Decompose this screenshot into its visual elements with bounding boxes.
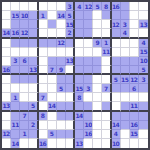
cell-r13c8[interactable]: [66, 112, 75, 121]
cell-r2c14[interactable]: [121, 11, 130, 20]
cell-r5c3[interactable]: [20, 39, 29, 48]
cell-r8c13[interactable]: [112, 66, 121, 75]
cell-r6c9[interactable]: [75, 48, 84, 57]
cell-r14c4[interactable]: 2: [29, 121, 38, 130]
cell-r11c13[interactable]: [112, 93, 121, 102]
cell-r5c13[interactable]: [112, 39, 121, 48]
cell-r9c3[interactable]: [20, 75, 29, 84]
cell-r11c9[interactable]: 8: [75, 93, 84, 102]
cell-r13c12[interactable]: [102, 112, 111, 121]
cell-r4c14[interactable]: 4: [121, 29, 130, 38]
cell-r4c16[interactable]: [139, 29, 148, 38]
cell-r1c14[interactable]: [121, 2, 130, 11]
cell-r6c4[interactable]: [29, 48, 38, 57]
cell-r15c16[interactable]: [139, 130, 148, 139]
cell-r4c2[interactable]: 16: [11, 29, 20, 38]
cell-r12c10[interactable]: [84, 102, 93, 111]
cell-r7c11[interactable]: [93, 57, 102, 66]
cell-r3c8[interactable]: 15: [66, 20, 75, 29]
cell-r1c8[interactable]: 3: [66, 2, 75, 11]
cell-r16c10[interactable]: [84, 139, 93, 148]
cell-r3c15[interactable]: [130, 20, 139, 29]
cell-r10c8[interactable]: [66, 84, 75, 93]
cell-r2c1[interactable]: [2, 11, 11, 20]
cell-r13c5[interactable]: 8: [39, 112, 48, 121]
cell-r3c12[interactable]: [102, 20, 111, 29]
cell-r16c3[interactable]: [20, 139, 29, 148]
cell-r9c15[interactable]: 12: [130, 75, 139, 84]
cell-r12c1[interactable]: 13: [2, 102, 11, 111]
cell-r2c16[interactable]: [139, 11, 148, 20]
cell-r16c5[interactable]: 16: [39, 139, 48, 148]
cell-r12c6[interactable]: 14: [48, 102, 57, 111]
cell-r5c6[interactable]: [48, 39, 57, 48]
cell-r7c2[interactable]: 3: [11, 57, 20, 66]
cell-r7c1[interactable]: [2, 57, 11, 66]
cell-r6c14[interactable]: [121, 48, 130, 57]
cell-r4c10[interactable]: [84, 29, 93, 38]
cell-r2c15[interactable]: [130, 11, 139, 20]
cell-r5c12[interactable]: 1: [102, 39, 111, 48]
cell-r1c4[interactable]: [29, 2, 38, 11]
cell-r7c15[interactable]: [130, 57, 139, 66]
cell-r7c10[interactable]: [84, 57, 93, 66]
cell-r6c6[interactable]: [48, 48, 57, 57]
cell-r8c6[interactable]: 7: [48, 66, 57, 75]
cell-r5c14[interactable]: [121, 39, 130, 48]
cell-r5c7[interactable]: 12: [57, 39, 66, 48]
cell-r7c6[interactable]: [48, 57, 57, 66]
cell-r14c2[interactable]: 11: [11, 121, 20, 130]
cell-r1c5[interactable]: [39, 2, 48, 11]
cell-r4c4[interactable]: [29, 29, 38, 38]
cell-r14c14[interactable]: [121, 121, 130, 130]
cell-r12c13[interactable]: [112, 102, 121, 111]
cell-r8c1[interactable]: 16: [2, 66, 11, 75]
cell-r5c15[interactable]: [130, 39, 139, 48]
cell-r14c10[interactable]: 10: [84, 121, 93, 130]
cell-r9c10[interactable]: [84, 75, 93, 84]
cell-r10c3[interactable]: [20, 84, 29, 93]
cell-r3c14[interactable]: 3: [121, 20, 130, 29]
cell-r13c4[interactable]: [29, 112, 38, 121]
cell-r5c2[interactable]: [11, 39, 20, 48]
cell-r2c13[interactable]: [112, 11, 121, 20]
cell-r14c7[interactable]: [57, 121, 66, 130]
cell-r6c13[interactable]: [112, 48, 121, 57]
cell-r8c5[interactable]: [39, 66, 48, 75]
cell-r3c4[interactable]: [29, 20, 38, 29]
cell-r15c12[interactable]: [102, 130, 111, 139]
cell-r4c5[interactable]: [39, 29, 48, 38]
cell-r11c16[interactable]: [139, 93, 148, 102]
cell-r8c9[interactable]: [75, 66, 84, 75]
cell-r4c15[interactable]: [130, 29, 139, 38]
cell-r10c12[interactable]: 7: [102, 84, 111, 93]
cell-r2c7[interactable]: 14: [57, 11, 66, 20]
cell-r11c12[interactable]: [102, 93, 111, 102]
cell-r13c1[interactable]: [2, 112, 11, 121]
cell-r16c4[interactable]: [29, 139, 38, 148]
cell-r1c10[interactable]: 12: [84, 2, 93, 11]
cell-r15c1[interactable]: 12: [2, 130, 11, 139]
cell-r10c5[interactable]: [39, 84, 48, 93]
cell-r2c5[interactable]: 1: [39, 11, 48, 20]
cell-r16c12[interactable]: [102, 139, 111, 148]
cell-r7c7[interactable]: [57, 57, 66, 66]
cell-r10c6[interactable]: [48, 84, 57, 93]
cell-r16c13[interactable]: 10: [112, 139, 121, 148]
cell-r15c13[interactable]: 4: [112, 130, 121, 139]
cell-r12c12[interactable]: [102, 102, 111, 111]
cell-r12c3[interactable]: [20, 102, 29, 111]
cell-r12c9[interactable]: [75, 102, 84, 111]
cell-r11c14[interactable]: [121, 93, 130, 102]
cell-r10c15[interactable]: 6: [130, 84, 139, 93]
cell-r8c3[interactable]: [20, 66, 29, 75]
cell-r14c8[interactable]: [66, 121, 75, 130]
cell-r7c4[interactable]: [29, 57, 38, 66]
cell-r11c6[interactable]: [48, 93, 57, 102]
cell-r3c11[interactable]: [93, 20, 102, 29]
cell-r5c11[interactable]: 9: [93, 39, 102, 48]
cell-r10c13[interactable]: [112, 84, 121, 93]
sudoku-16x16-board: 3412581615101145151231314161224129141115…: [0, 0, 150, 150]
cell-r2c4[interactable]: [29, 11, 38, 20]
cell-r1c16[interactable]: [139, 2, 148, 11]
cell-r16c7[interactable]: [57, 139, 66, 148]
cell-r15c9[interactable]: [75, 130, 84, 139]
cell-r6c7[interactable]: [57, 48, 66, 57]
cell-r13c15[interactable]: [130, 112, 139, 121]
cell-r15c14[interactable]: [121, 130, 130, 139]
cell-r12c8[interactable]: [66, 102, 75, 111]
cell-r1c11[interactable]: 5: [93, 2, 102, 11]
cell-r11c8[interactable]: [66, 93, 75, 102]
cell-r14c5[interactable]: [39, 121, 48, 130]
cell-r1c15[interactable]: [130, 2, 139, 11]
cell-r11c11[interactable]: [93, 93, 102, 102]
cell-r1c1[interactable]: [2, 2, 11, 11]
cell-r11c2[interactable]: 1: [11, 93, 20, 102]
cell-r6c12[interactable]: 11: [102, 48, 111, 57]
cell-r5c4[interactable]: [29, 39, 38, 48]
cell-r6c3[interactable]: [20, 48, 29, 57]
cell-r4c3[interactable]: 12: [20, 29, 29, 38]
cell-r4c12[interactable]: [102, 29, 111, 38]
cell-r16c1[interactable]: [2, 139, 11, 148]
cell-r10c2[interactable]: [11, 84, 20, 93]
cell-r5c1[interactable]: [2, 39, 11, 48]
cell-r8c15[interactable]: [130, 66, 139, 75]
cell-r12c4[interactable]: 5: [29, 102, 38, 111]
cell-r7c9[interactable]: [75, 57, 84, 66]
cell-r12c14[interactable]: [121, 102, 130, 111]
cell-r9c4[interactable]: [29, 75, 38, 84]
cell-r13c7[interactable]: [57, 112, 66, 121]
cell-r9c16[interactable]: 3: [139, 75, 148, 84]
cell-r7c12[interactable]: [102, 57, 111, 66]
cell-r2c3[interactable]: 10: [20, 11, 29, 20]
cell-r7c16[interactable]: 10: [139, 57, 148, 66]
cell-r5c9[interactable]: [75, 39, 84, 48]
cell-r11c7[interactable]: [57, 93, 66, 102]
cell-r5c16[interactable]: 4: [139, 39, 148, 48]
cell-r8c2[interactable]: [11, 66, 20, 75]
cell-r13c14[interactable]: [121, 112, 130, 121]
cell-r9c9[interactable]: [75, 75, 84, 84]
cell-r2c10[interactable]: [84, 11, 93, 20]
cell-r10c9[interactable]: 15: [75, 84, 84, 93]
cell-r4c9[interactable]: [75, 29, 84, 38]
cell-r11c4[interactable]: [29, 93, 38, 102]
cell-r9c13[interactable]: 5: [112, 75, 121, 84]
cell-r13c6[interactable]: [48, 112, 57, 121]
cell-r13c10[interactable]: [84, 112, 93, 121]
cell-r9c6[interactable]: [48, 75, 57, 84]
cell-r3c5[interactable]: [39, 20, 48, 29]
cell-r10c11[interactable]: [93, 84, 102, 93]
cell-r2c12[interactable]: [102, 11, 111, 20]
cell-r3c10[interactable]: [84, 20, 93, 29]
cell-r10c14[interactable]: [121, 84, 130, 93]
cell-r9c11[interactable]: [93, 75, 102, 84]
cell-r4c7[interactable]: [57, 29, 66, 38]
cell-r4c6[interactable]: [48, 29, 57, 38]
cell-r1c3[interactable]: [20, 2, 29, 11]
cell-r8c14[interactable]: [121, 66, 130, 75]
cell-r16c14[interactable]: [121, 139, 130, 148]
cell-r10c4[interactable]: [29, 84, 38, 93]
cell-r12c5[interactable]: [39, 102, 48, 111]
cell-r15c3[interactable]: 1: [20, 130, 29, 139]
cell-r14c12[interactable]: [102, 121, 111, 130]
cell-r2c8[interactable]: 5: [66, 11, 75, 20]
cell-r16c15[interactable]: [130, 139, 139, 148]
cell-r7c8[interactable]: 13: [66, 57, 75, 66]
cell-r6c16[interactable]: 15: [139, 48, 148, 57]
cell-r13c9[interactable]: 14: [75, 112, 84, 121]
cell-r15c6[interactable]: 5: [48, 130, 57, 139]
cell-r9c8[interactable]: [66, 75, 75, 84]
cell-r14c15[interactable]: 16: [130, 121, 139, 130]
cell-r13c16[interactable]: [139, 112, 148, 121]
cell-r11c5[interactable]: 7: [39, 93, 48, 102]
cell-r2c11[interactable]: [93, 11, 102, 20]
cell-r16c8[interactable]: [66, 139, 75, 148]
cell-r8c4[interactable]: 13: [29, 66, 38, 75]
cell-r3c9[interactable]: [75, 20, 84, 29]
cell-r15c15[interactable]: 15: [130, 130, 139, 139]
cell-r2c2[interactable]: 15: [11, 11, 20, 20]
cell-r14c6[interactable]: [48, 121, 57, 130]
cell-r3c3[interactable]: [20, 20, 29, 29]
cell-r7c14[interactable]: [121, 57, 130, 66]
cell-r8c12[interactable]: [102, 66, 111, 75]
cell-r11c15[interactable]: [130, 93, 139, 102]
cell-r6c10[interactable]: [84, 48, 93, 57]
cell-r4c1[interactable]: 14: [2, 29, 11, 38]
cell-r3c1[interactable]: [2, 20, 11, 29]
cell-r10c7[interactable]: 5: [57, 84, 66, 93]
cell-r6c15[interactable]: [130, 48, 139, 57]
cell-r6c8[interactable]: [66, 48, 75, 57]
cell-r11c1[interactable]: [2, 93, 11, 102]
cell-r15c10[interactable]: 16: [84, 130, 93, 139]
cell-r6c1[interactable]: [2, 48, 11, 57]
cell-r8c16[interactable]: 5: [139, 66, 148, 75]
cell-r14c1[interactable]: [2, 121, 11, 130]
cell-r3c13[interactable]: 12: [112, 20, 121, 29]
cell-r8c11[interactable]: [93, 66, 102, 75]
cell-r2c9[interactable]: [75, 11, 84, 20]
cell-r14c13[interactable]: 14: [112, 121, 121, 130]
cell-r14c3[interactable]: [20, 121, 29, 130]
cell-r4c13[interactable]: [112, 29, 121, 38]
cell-r12c11[interactable]: [93, 102, 102, 111]
cell-r6c2[interactable]: [11, 48, 20, 57]
cell-r11c3[interactable]: [20, 93, 29, 102]
cell-r7c13[interactable]: [112, 57, 121, 66]
cell-r1c6[interactable]: [48, 2, 57, 11]
puzzle-screenshot: 3412581615101145151231314161224129141115…: [0, 0, 150, 150]
cell-r1c12[interactable]: 8: [102, 2, 111, 11]
cell-r10c16[interactable]: [139, 84, 148, 93]
cell-r4c8[interactable]: 2: [66, 29, 75, 38]
cell-r16c16[interactable]: [139, 139, 148, 148]
cell-r15c4[interactable]: [29, 130, 38, 139]
cell-r12c16[interactable]: [139, 102, 148, 111]
cell-r1c2[interactable]: [11, 2, 20, 11]
cell-r10c10[interactable]: 3: [84, 84, 93, 93]
cell-r9c12[interactable]: [102, 75, 111, 84]
cell-r13c13[interactable]: [112, 112, 121, 121]
cell-r5c10[interactable]: [84, 39, 93, 48]
cell-r9c14[interactable]: 15: [121, 75, 130, 84]
cell-r7c3[interactable]: 6: [20, 57, 29, 66]
cell-r3c6[interactable]: [48, 20, 57, 29]
cell-r8c7[interactable]: 9: [57, 66, 66, 75]
cell-r5c8[interactable]: [66, 39, 75, 48]
cell-r4c11[interactable]: [93, 29, 102, 38]
cell-r15c7[interactable]: [57, 130, 66, 139]
cell-r10c1[interactable]: [2, 84, 11, 93]
cell-r12c2[interactable]: [11, 102, 20, 111]
cell-r11c10[interactable]: [84, 93, 93, 102]
cell-r9c7[interactable]: [57, 75, 66, 84]
cell-r15c5[interactable]: [39, 130, 48, 139]
cell-r15c2[interactable]: [11, 130, 20, 139]
cell-r16c2[interactable]: 14: [11, 139, 20, 148]
cell-r3c2[interactable]: [11, 20, 20, 29]
cell-r16c9[interactable]: 13: [75, 139, 84, 148]
cell-r15c11[interactable]: [93, 130, 102, 139]
cell-r8c8[interactable]: [66, 66, 75, 75]
cell-r9c2[interactable]: [11, 75, 20, 84]
cell-r8c10[interactable]: [84, 66, 93, 75]
cell-r16c6[interactable]: [48, 139, 57, 148]
cell-r9c1[interactable]: [2, 75, 11, 84]
cell-r16c11[interactable]: [93, 139, 102, 148]
cell-r13c11[interactable]: [93, 112, 102, 121]
cell-r3c7[interactable]: [57, 20, 66, 29]
cell-r14c16[interactable]: [139, 121, 148, 130]
cell-r1c7[interactable]: [57, 2, 66, 11]
cell-r6c11[interactable]: [93, 48, 102, 57]
cell-r13c2[interactable]: [11, 112, 20, 121]
cell-r13c3[interactable]: 7: [20, 112, 29, 121]
cell-r1c13[interactable]: 16: [112, 2, 121, 11]
cell-r12c15[interactable]: 11: [130, 102, 139, 111]
cell-r6c5[interactable]: [39, 48, 48, 57]
cell-r5c5[interactable]: [39, 39, 48, 48]
cell-r12c7[interactable]: [57, 102, 66, 111]
cell-r7c5[interactable]: [39, 57, 48, 66]
cell-r2c6[interactable]: [48, 11, 57, 20]
cell-r14c11[interactable]: [93, 121, 102, 130]
cell-r9c5[interactable]: [39, 75, 48, 84]
cell-r1c9[interactable]: 4: [75, 2, 84, 11]
cell-r14c9[interactable]: [75, 121, 84, 130]
cell-r15c8[interactable]: [66, 130, 75, 139]
cell-r3c16[interactable]: 13: [139, 20, 148, 29]
